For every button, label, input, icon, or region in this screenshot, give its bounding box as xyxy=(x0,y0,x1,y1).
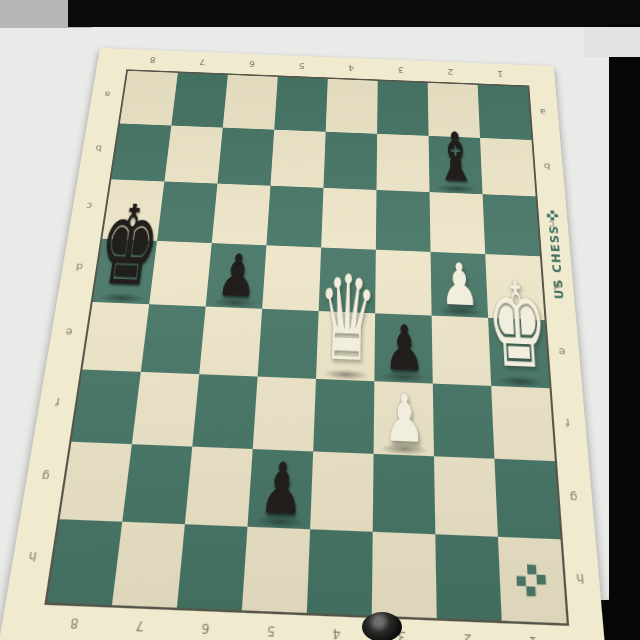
square-h8 xyxy=(47,519,122,605)
square-g2 xyxy=(434,456,498,537)
square-a8 xyxy=(120,71,178,126)
square-c1 xyxy=(483,194,540,256)
square-d7 xyxy=(149,241,212,307)
rank-label-top-4: 4 xyxy=(326,58,376,77)
rank-label-bottom-1: 1 xyxy=(500,626,567,640)
fallen-piece-blob xyxy=(362,612,402,640)
square-f3: ♟ xyxy=(374,381,434,456)
square-e3: ♟ xyxy=(374,313,432,383)
square-d3 xyxy=(375,250,431,316)
square-f7 xyxy=(132,372,199,447)
square-a4 xyxy=(326,79,378,134)
square-b5 xyxy=(270,130,325,188)
square-g4 xyxy=(310,451,373,531)
square-c6 xyxy=(212,184,271,246)
square-a5 xyxy=(274,77,328,132)
square-c5 xyxy=(266,186,323,248)
square-h2 xyxy=(435,534,501,620)
square-e2 xyxy=(432,316,492,386)
square-b6 xyxy=(217,128,274,186)
board-grid: ♝♚♟♟♛♟♚♟♟◆◆◆◆ xyxy=(44,69,569,626)
square-g5: ♟ xyxy=(247,449,313,529)
square-g3 xyxy=(373,454,436,534)
table-sliver-top-right xyxy=(584,27,640,57)
square-b2: ♝ xyxy=(429,136,483,194)
square-e1: ♚ xyxy=(488,318,549,388)
rank-label-top-6: 6 xyxy=(226,55,277,74)
black-bishop-b2: ♝ xyxy=(434,124,477,192)
square-h5 xyxy=(242,527,310,613)
square-g1 xyxy=(494,459,560,540)
square-b8 xyxy=(111,123,171,181)
square-g7 xyxy=(122,444,192,524)
square-b7 xyxy=(164,126,222,184)
square-a1 xyxy=(478,85,532,140)
square-d5 xyxy=(262,245,321,311)
square-b4 xyxy=(323,132,377,190)
square-c2 xyxy=(430,192,486,254)
square-a3 xyxy=(377,81,428,136)
square-h6 xyxy=(177,524,248,610)
white-queen-e4: ♛ xyxy=(314,259,377,379)
square-h1: ◆◆◆◆ xyxy=(498,537,567,624)
black-pawn-e3: ♟ xyxy=(383,318,424,382)
square-a7 xyxy=(171,73,227,128)
logo-diamond: ◆ xyxy=(548,216,556,223)
square-a6 xyxy=(223,75,278,130)
square-e4: ♛ xyxy=(316,311,375,381)
rank-label-top-7: 7 xyxy=(176,53,228,72)
square-c3 xyxy=(376,190,431,252)
us-chess-corner-logo-icon: ◆◆◆◆ xyxy=(498,537,567,624)
square-h4 xyxy=(307,529,373,615)
rank-label-top-8: 8 xyxy=(127,51,179,70)
square-e7 xyxy=(141,304,206,374)
square-e5 xyxy=(258,309,319,379)
rank-label-top-3: 3 xyxy=(376,60,426,79)
white-king-e1: ♚ xyxy=(484,266,551,387)
square-d6: ♟ xyxy=(206,243,267,309)
rank-label-bottom-2: 2 xyxy=(435,623,501,640)
rank-label-bottom-7: 7 xyxy=(105,610,174,640)
square-c4 xyxy=(321,188,376,250)
dark-strip-top xyxy=(68,0,640,27)
dark-area-right xyxy=(609,24,640,640)
square-e6 xyxy=(199,307,262,377)
square-d2: ♟ xyxy=(431,252,489,318)
rank-label-bottom-5: 5 xyxy=(237,615,304,640)
chess-board: 87654321 87654321 abcdefgh abcdefgh ♝♚♟♟… xyxy=(0,48,608,640)
square-h7 xyxy=(112,522,185,608)
rank-label-top-1: 1 xyxy=(475,64,526,83)
square-e8 xyxy=(82,302,149,372)
rank-label-bottom-8: 8 xyxy=(39,607,109,640)
square-b3 xyxy=(377,134,430,192)
square-f6 xyxy=(192,374,257,449)
square-g8 xyxy=(60,442,132,522)
square-h3 xyxy=(372,532,437,618)
white-pawn-f3: ♟ xyxy=(383,386,425,454)
square-d8: ♚ xyxy=(93,239,157,305)
black-pawn-g5: ♟ xyxy=(257,454,304,527)
white-pawn-d2: ♟ xyxy=(439,256,480,316)
black-pawn-d6: ♟ xyxy=(214,247,257,306)
square-f5 xyxy=(253,377,316,452)
rank-label-bottom-4: 4 xyxy=(303,618,369,640)
square-b1 xyxy=(480,138,536,196)
square-c7 xyxy=(157,181,217,243)
square-f2 xyxy=(433,384,495,459)
rank-label-top-5: 5 xyxy=(276,57,327,76)
file-label-right-a: a xyxy=(528,85,557,139)
us-chess-brand-text: US CHESS xyxy=(546,224,566,299)
square-g6 xyxy=(185,447,253,527)
square-f8 xyxy=(71,369,140,444)
square-f4 xyxy=(313,379,374,454)
rank-label-top-2: 2 xyxy=(426,62,476,81)
square-f1 xyxy=(491,386,555,461)
us-chess-logo-icon: ◆◆◆◆ xyxy=(544,209,559,223)
rank-label-bottom-6: 6 xyxy=(171,613,239,640)
